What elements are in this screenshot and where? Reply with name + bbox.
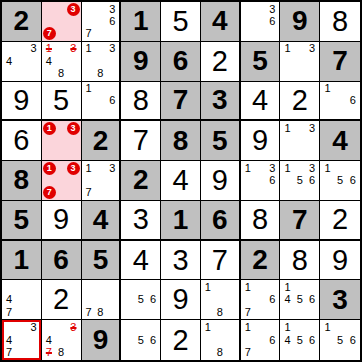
candidate-5: 5 bbox=[334, 334, 347, 347]
candidate-8: 8 bbox=[214, 306, 226, 318]
candidate-1: 1 bbox=[281, 43, 293, 55]
given-digit: 3 bbox=[332, 286, 348, 314]
cell-r8c7[interactable]: 167 bbox=[241, 280, 281, 320]
cell-r7c6[interactable]: 7 bbox=[201, 241, 241, 281]
cell-r8c5[interactable]: 9 bbox=[161, 280, 201, 320]
candidate-8: 8 bbox=[55, 67, 67, 79]
candidate-6: 6 bbox=[147, 294, 159, 306]
cell-r6c2[interactable]: 9 bbox=[42, 201, 82, 241]
candidate-1: 1 bbox=[321, 162, 334, 174]
circled-candidate-1: 1 bbox=[43, 162, 56, 175]
cell-r2c5[interactable]: 6 bbox=[161, 42, 201, 82]
struck-candidate-3: 3 bbox=[67, 43, 79, 55]
cell-r8c8[interactable]: 1456 bbox=[280, 280, 320, 320]
candidate-5: 5 bbox=[135, 294, 147, 306]
candidate-6: 6 bbox=[346, 334, 359, 347]
circled-candidate-3: 3 bbox=[67, 162, 80, 175]
cell-r4c1[interactable]: 6 bbox=[2, 121, 42, 161]
cell-r2c2[interactable]: 1348 bbox=[42, 42, 82, 82]
candidate-4: 4 bbox=[3, 294, 15, 306]
pencil-marks: 34 bbox=[3, 43, 40, 80]
cell-r9c6[interactable]: 18 bbox=[201, 320, 241, 360]
candidate-1: 1 bbox=[242, 281, 254, 293]
cell-r9c8[interactable]: 1456 bbox=[280, 320, 320, 360]
cell-r4c4[interactable]: 7 bbox=[121, 121, 161, 161]
given-digit: 5 bbox=[14, 206, 30, 234]
pencil-marks: 18 bbox=[202, 321, 238, 359]
cell-r2c7[interactable]: 5 bbox=[241, 42, 281, 82]
candidate-4: 4 bbox=[281, 334, 293, 347]
pencil-marks: 1348 bbox=[43, 43, 80, 80]
candidate-7: 7 bbox=[83, 306, 95, 318]
candidate-8: 8 bbox=[94, 67, 106, 79]
pencil-marks: 78 bbox=[83, 281, 119, 318]
pencil-marks: 56 bbox=[122, 321, 159, 359]
cell-r3c9[interactable]: 16 bbox=[320, 82, 360, 122]
candidate-1: 1 bbox=[202, 281, 214, 293]
cell-r3c3[interactable]: 16 bbox=[82, 82, 122, 122]
given-digit: 1 bbox=[133, 7, 149, 35]
candidate-1: 1 bbox=[281, 281, 293, 293]
solved-digit: 9 bbox=[172, 285, 188, 314]
candidate-5: 5 bbox=[334, 174, 347, 186]
given-digit: 5 bbox=[252, 47, 268, 75]
candidate-6: 6 bbox=[106, 94, 118, 106]
cell-r7c1[interactable]: 1 bbox=[2, 241, 42, 281]
pencil-marks: 3478 bbox=[43, 321, 80, 359]
solved-digit: 5 bbox=[172, 7, 188, 36]
cell-r4c9[interactable]: 4 bbox=[320, 121, 360, 161]
cell-r7c8[interactable]: 8 bbox=[280, 241, 320, 281]
cell-r6c9[interactable]: 2 bbox=[320, 201, 360, 241]
cell-r9c5[interactable]: 2 bbox=[161, 320, 201, 360]
candidate-1: 1 bbox=[202, 321, 214, 334]
cell-r8c4[interactable]: 56 bbox=[121, 280, 161, 320]
given-digit: 5 bbox=[93, 246, 109, 274]
cell-r4c3[interactable]: 2 bbox=[82, 121, 122, 161]
circled-candidate-3: 3 bbox=[67, 3, 80, 16]
candidate-6: 6 bbox=[266, 294, 278, 306]
pencil-marks: 156 bbox=[321, 162, 359, 199]
cell-r6c6[interactable]: 6 bbox=[201, 201, 241, 241]
cell-r2c6[interactable]: 2 bbox=[201, 42, 241, 82]
candidate-8: 8 bbox=[94, 306, 106, 318]
cell-r5c3[interactable]: 137 bbox=[82, 161, 122, 201]
given-digit: 6 bbox=[53, 246, 69, 274]
solved-digit: 2 bbox=[292, 86, 308, 115]
candidate-1: 1 bbox=[281, 321, 293, 334]
pencil-marks: 347 bbox=[3, 321, 40, 359]
cell-r3c4[interactable]: 8 bbox=[121, 82, 161, 122]
candidate-4: 4 bbox=[3, 334, 15, 347]
candidate-7: 7 bbox=[83, 187, 95, 199]
candidate-6: 6 bbox=[266, 334, 278, 347]
cell-r4c7[interactable]: 9 bbox=[241, 121, 281, 161]
candidate-1: 1 bbox=[83, 43, 95, 55]
cell-r5c6[interactable]: 9 bbox=[201, 161, 241, 201]
cell-r3c2[interactable]: 5 bbox=[42, 82, 82, 122]
given-digit: 4 bbox=[212, 7, 228, 35]
candidate-1: 1 bbox=[242, 321, 254, 334]
pencil-marks: 13 bbox=[281, 43, 318, 80]
pencil-marks: 138 bbox=[83, 43, 119, 80]
cell-r9c2[interactable]: 3478 bbox=[42, 320, 82, 360]
candidate-3: 3 bbox=[306, 162, 318, 174]
cell-r1c5[interactable]: 5 bbox=[161, 2, 201, 42]
candidate-3: 3 bbox=[28, 43, 40, 55]
candidate-1: 1 bbox=[242, 162, 254, 174]
pencil-marks: 1356 bbox=[281, 162, 318, 199]
given-digit: 5 bbox=[212, 127, 228, 155]
candidate-1: 1 bbox=[321, 83, 334, 95]
pencil-marks: 137 bbox=[83, 162, 119, 199]
candidate-7: 7 bbox=[242, 346, 254, 359]
solved-digit: 4 bbox=[172, 166, 188, 195]
candidate-6: 6 bbox=[266, 174, 278, 186]
solved-digit: 9 bbox=[13, 86, 29, 115]
pencil-marks: 167 bbox=[242, 321, 279, 359]
solved-digit: 8 bbox=[292, 246, 308, 275]
solved-digit: 7 bbox=[133, 126, 149, 155]
cell-r8c2[interactable]: 2 bbox=[42, 280, 82, 320]
given-digit: 1 bbox=[173, 206, 189, 234]
given-digit: 9 bbox=[133, 47, 149, 75]
pencil-marks: 47 bbox=[3, 281, 40, 318]
solved-digit: 2 bbox=[172, 326, 188, 355]
cell-r6c7[interactable]: 8 bbox=[241, 201, 281, 241]
candidate-8: 8 bbox=[214, 346, 226, 359]
cell-r7c7[interactable]: 2 bbox=[241, 241, 281, 281]
pencil-marks: 1456 bbox=[281, 321, 318, 359]
candidate-5: 5 bbox=[294, 294, 306, 306]
given-digit: 2 bbox=[14, 7, 30, 35]
cell-r6c4[interactable]: 3 bbox=[121, 201, 161, 241]
given-digit: 7 bbox=[332, 47, 348, 75]
cell-r3c1[interactable]: 9 bbox=[2, 82, 42, 122]
cell-r1c8[interactable]: 9 bbox=[280, 2, 320, 42]
candidate-6: 6 bbox=[306, 174, 318, 186]
cell-r8c6[interactable]: 18 bbox=[201, 280, 241, 320]
cell-r1c1[interactable]: 2 bbox=[2, 2, 42, 42]
candidate-3: 3 bbox=[306, 122, 318, 134]
given-digit: 3 bbox=[212, 86, 228, 114]
cell-r4c5[interactable]: 8 bbox=[161, 121, 201, 161]
solved-digit: 4 bbox=[252, 86, 268, 115]
cell-r1c9[interactable]: 8 bbox=[320, 2, 360, 42]
candidate-5: 5 bbox=[294, 334, 306, 347]
candidate-6: 6 bbox=[306, 294, 318, 306]
solved-digit: 3 bbox=[172, 246, 188, 275]
cell-r7c3[interactable]: 5 bbox=[82, 241, 122, 281]
candidate-1: 1 bbox=[83, 162, 95, 174]
cell-r4c8[interactable]: 13 bbox=[280, 121, 320, 161]
struck-candidate-7: 7 bbox=[43, 346, 55, 359]
solved-digit: 9 bbox=[252, 126, 268, 155]
solved-digit: 2 bbox=[212, 47, 228, 76]
candidate-1: 1 bbox=[83, 83, 95, 95]
candidate-8: 8 bbox=[55, 346, 67, 359]
cell-r9c9[interactable]: 156 bbox=[320, 320, 360, 360]
given-digit: 2 bbox=[252, 246, 268, 274]
cell-r5c1[interactable]: 8 bbox=[2, 161, 42, 201]
cell-r1c3[interactable]: 367 bbox=[82, 2, 122, 42]
solved-digit: 4 bbox=[133, 246, 149, 275]
candidate-4: 4 bbox=[43, 334, 55, 347]
struck-candidate-3: 3 bbox=[67, 321, 79, 334]
candidate-1: 1 bbox=[321, 321, 334, 334]
pencil-marks: 137 bbox=[43, 162, 80, 199]
given-digit: 8 bbox=[173, 127, 189, 155]
cell-r7c9[interactable]: 9 bbox=[320, 241, 360, 281]
cell-r9c3[interactable]: 9 bbox=[82, 320, 122, 360]
cell-r5c4[interactable]: 2 bbox=[121, 161, 161, 201]
cell-r2c4[interactable]: 9 bbox=[121, 42, 161, 82]
cell-r5c9[interactable]: 156 bbox=[320, 161, 360, 201]
pencil-marks: 156 bbox=[321, 321, 359, 359]
pencil-marks: 37 bbox=[43, 3, 80, 40]
given-digit: 9 bbox=[292, 7, 308, 35]
given-digit: 6 bbox=[173, 47, 189, 75]
cell-r4c6[interactable]: 5 bbox=[201, 121, 241, 161]
cell-r9c7[interactable]: 167 bbox=[241, 320, 281, 360]
given-digit: 7 bbox=[173, 86, 189, 114]
cell-r2c3[interactable]: 138 bbox=[82, 42, 122, 82]
given-digit: 7 bbox=[292, 206, 308, 234]
given-digit: 9 bbox=[93, 326, 109, 354]
cell-r7c4[interactable]: 4 bbox=[121, 241, 161, 281]
candidate-4: 4 bbox=[3, 55, 15, 67]
cell-r7c5[interactable]: 3 bbox=[161, 241, 201, 281]
candidate-7: 7 bbox=[3, 306, 15, 318]
cell-r9c1[interactable]: 347 bbox=[2, 320, 42, 360]
candidate-1: 1 bbox=[281, 122, 293, 134]
cell-r5c5[interactable]: 4 bbox=[161, 161, 201, 201]
pencil-marks: 167 bbox=[242, 281, 279, 318]
solved-digit: 2 bbox=[53, 285, 69, 314]
cell-r2c8[interactable]: 13 bbox=[280, 42, 320, 82]
cell-r3c7[interactable]: 4 bbox=[241, 82, 281, 122]
given-digit: 2 bbox=[93, 127, 109, 155]
cell-r1c7[interactable]: 36 bbox=[241, 2, 281, 42]
pencil-marks: 367 bbox=[83, 3, 119, 40]
candidate-4: 4 bbox=[43, 55, 55, 67]
candidate-5: 5 bbox=[294, 174, 306, 186]
candidate-6: 6 bbox=[106, 15, 118, 27]
candidate-6: 6 bbox=[266, 15, 278, 27]
given-digit: 1 bbox=[14, 246, 30, 274]
given-digit: 8 bbox=[14, 166, 30, 194]
solved-digit: 8 bbox=[252, 205, 268, 234]
candidate-6: 6 bbox=[147, 334, 159, 347]
solved-digit: 7 bbox=[212, 246, 228, 275]
cell-r1c2[interactable]: 37 bbox=[42, 2, 82, 42]
cell-r6c8[interactable]: 7 bbox=[280, 201, 320, 241]
candidate-3: 3 bbox=[306, 43, 318, 55]
circled-candidate-1: 1 bbox=[43, 122, 56, 135]
circled-candidate-3: 3 bbox=[67, 122, 80, 135]
solved-digit: 2 bbox=[332, 205, 348, 234]
cell-r5c7[interactable]: 136 bbox=[241, 161, 281, 201]
candidate-7: 7 bbox=[3, 346, 15, 359]
cell-r9c4[interactable]: 56 bbox=[121, 320, 161, 360]
cell-r5c8[interactable]: 1356 bbox=[280, 161, 320, 201]
cell-r3c8[interactable]: 2 bbox=[280, 82, 320, 122]
solved-digit: 6 bbox=[13, 126, 29, 155]
solved-digit: 5 bbox=[53, 86, 69, 115]
solved-digit: 3 bbox=[133, 205, 149, 234]
pencil-marks: 16 bbox=[83, 83, 119, 119]
candidate-3: 3 bbox=[106, 43, 118, 55]
cell-r3c6[interactable]: 3 bbox=[201, 82, 241, 122]
candidate-3: 3 bbox=[266, 162, 278, 174]
candidate-3: 3 bbox=[106, 162, 118, 174]
solved-digit: 9 bbox=[53, 205, 69, 234]
cell-r7c2[interactable]: 6 bbox=[42, 241, 82, 281]
candidate-5: 5 bbox=[135, 334, 147, 347]
pencil-marks: 1456 bbox=[281, 281, 318, 318]
circled-candidate-7: 7 bbox=[43, 186, 56, 199]
candidate-6: 6 bbox=[346, 174, 359, 186]
candidate-4: 4 bbox=[281, 294, 293, 306]
pencil-marks: 18 bbox=[202, 281, 238, 318]
candidate-3: 3 bbox=[266, 3, 278, 15]
given-digit: 6 bbox=[212, 206, 228, 234]
cell-r2c1[interactable]: 34 bbox=[2, 42, 42, 82]
cell-r6c3[interactable]: 4 bbox=[82, 201, 122, 241]
candidate-1: 1 bbox=[281, 162, 293, 174]
cell-r2c9[interactable]: 7 bbox=[320, 42, 360, 82]
given-digit: 2 bbox=[133, 166, 149, 194]
cell-r1c6[interactable]: 4 bbox=[201, 2, 241, 42]
solved-digit: 8 bbox=[133, 86, 149, 115]
candidate-3: 3 bbox=[106, 3, 118, 15]
pencil-marks: 13 bbox=[281, 122, 318, 159]
given-digit: 4 bbox=[93, 206, 109, 234]
pencil-marks: 16 bbox=[321, 83, 359, 119]
cell-r8c9[interactable]: 3 bbox=[320, 280, 360, 320]
candidate-6: 6 bbox=[346, 94, 359, 106]
pencil-marks: 56 bbox=[122, 281, 159, 318]
cell-r1c4[interactable]: 1 bbox=[121, 2, 161, 42]
candidate-6: 6 bbox=[306, 334, 318, 347]
solved-digit: 9 bbox=[332, 246, 348, 275]
cell-r5c2[interactable]: 137 bbox=[42, 161, 82, 201]
candidate-3: 3 bbox=[28, 321, 40, 334]
given-digit: 4 bbox=[332, 127, 348, 155]
cell-r6c1[interactable]: 5 bbox=[2, 201, 42, 241]
cell-r4c2[interactable]: 13 bbox=[42, 121, 82, 161]
candidate-7: 7 bbox=[83, 28, 95, 40]
pencil-marks: 13 bbox=[43, 122, 80, 159]
circled-candidate-7: 7 bbox=[43, 27, 56, 40]
struck-candidate-1: 1 bbox=[43, 43, 55, 55]
cell-r8c1[interactable]: 47 bbox=[2, 280, 42, 320]
cell-r8c3[interactable]: 78 bbox=[82, 280, 122, 320]
pencil-marks: 36 bbox=[242, 3, 279, 40]
cell-r3c5[interactable]: 7 bbox=[161, 82, 201, 122]
cell-r6c5[interactable]: 1 bbox=[161, 201, 201, 241]
candidate-7: 7 bbox=[242, 306, 254, 318]
solved-digit: 9 bbox=[212, 166, 228, 195]
pencil-marks: 136 bbox=[242, 162, 279, 199]
solved-digit: 8 bbox=[332, 7, 348, 36]
sudoku-board: 2373671543698341348138962513795168734216… bbox=[0, 0, 362, 362]
